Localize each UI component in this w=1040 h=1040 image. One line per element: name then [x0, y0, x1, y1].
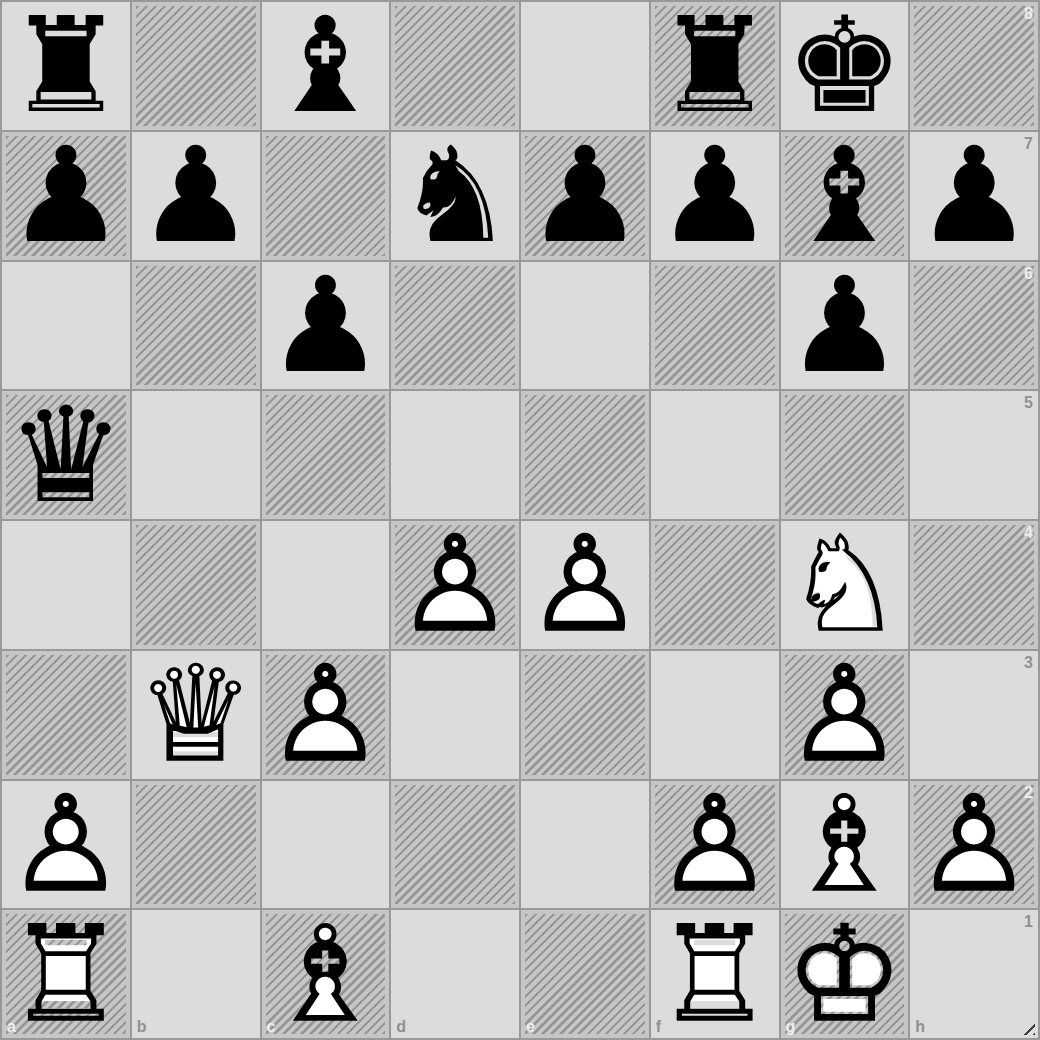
square-e1[interactable]: e [521, 910, 649, 1038]
rank-label-6: 6 [1024, 266, 1033, 282]
black-queen-piece[interactable]: ♛ [7, 391, 125, 519]
file-label-d: d [396, 1019, 406, 1035]
black-pawn-piece[interactable]: ♟ [915, 132, 1033, 260]
square-d1[interactable]: d [391, 910, 519, 1038]
white-pawn-piece[interactable]: ♟♙ [655, 781, 773, 909]
black-king-piece[interactable]: ♚ [785, 2, 903, 130]
white-rook-piece[interactable]: ♜♖ [655, 910, 773, 1038]
square-d2[interactable] [391, 781, 519, 909]
square-d8[interactable] [391, 2, 519, 130]
black-pawn-piece[interactable]: ♟ [136, 132, 254, 260]
file-label-e: e [526, 1019, 535, 1035]
square-e5[interactable] [521, 391, 649, 519]
square-f3[interactable] [651, 651, 779, 779]
square-e3[interactable] [521, 651, 649, 779]
square-c6[interactable]: ♟ [262, 262, 390, 390]
square-a6[interactable] [2, 262, 130, 390]
file-label-b: b [137, 1019, 147, 1035]
square-f6[interactable] [651, 262, 779, 390]
square-e7[interactable]: ♟ [521, 132, 649, 260]
square-h5[interactable]: 5 [910, 391, 1038, 519]
square-g4[interactable]: ♞♘ [781, 521, 909, 649]
square-d4[interactable]: ♟♙ [391, 521, 519, 649]
black-pawn-piece[interactable]: ♟ [526, 132, 644, 260]
square-d6[interactable] [391, 262, 519, 390]
square-b4[interactable] [132, 521, 260, 649]
square-b7[interactable]: ♟ [132, 132, 260, 260]
file-label-a: a [7, 1019, 16, 1035]
black-rook-piece[interactable]: ♜ [7, 2, 125, 130]
square-e4[interactable]: ♟♙ [521, 521, 649, 649]
square-c2[interactable] [262, 781, 390, 909]
white-knight-piece[interactable]: ♞♘ [785, 521, 903, 649]
square-f4[interactable] [651, 521, 779, 649]
square-a2[interactable]: ♟♙ [2, 781, 130, 909]
white-pawn-piece[interactable]: ♟♙ [526, 521, 644, 649]
square-f7[interactable]: ♟ [651, 132, 779, 260]
file-label-f: f [656, 1019, 661, 1035]
square-a5[interactable]: ♛ [2, 391, 130, 519]
square-f1[interactable]: ♜♖f [651, 910, 779, 1038]
black-bishop-piece[interactable]: ♝ [266, 2, 384, 130]
square-e6[interactable] [521, 262, 649, 390]
square-c1[interactable]: ♝♗c [262, 910, 390, 1038]
square-g3[interactable]: ♟♙ [781, 651, 909, 779]
rank-label-2: 2 [1024, 785, 1033, 801]
black-rook-piece[interactable]: ♜ [655, 2, 773, 130]
white-pawn-piece[interactable]: ♟♙ [7, 781, 125, 909]
white-pawn-piece[interactable]: ♟♙ [915, 781, 1033, 909]
file-label-c: c [267, 1019, 276, 1035]
rank-label-8: 8 [1024, 6, 1033, 22]
square-h8[interactable]: 8 [910, 2, 1038, 130]
square-d3[interactable] [391, 651, 519, 779]
white-bishop-piece[interactable]: ♝♗ [785, 781, 903, 909]
file-label-g: g [786, 1019, 796, 1035]
square-a8[interactable]: ♜ [2, 2, 130, 130]
white-king-piece[interactable]: ♚♔ [785, 910, 903, 1038]
square-c4[interactable] [262, 521, 390, 649]
square-c5[interactable] [262, 391, 390, 519]
black-knight-piece[interactable]: ♞ [396, 132, 514, 260]
square-a7[interactable]: ♟ [2, 132, 130, 260]
chess-board: ♜♝♜♚8♟♟♞♟♟♝♟7♟♟6♛5♟♙♟♙♞♘4♛♕♟♙♟♙3♟♙♟♙♝♗♟♙… [0, 0, 1040, 1040]
square-c8[interactable]: ♝ [262, 2, 390, 130]
square-d7[interactable]: ♞ [391, 132, 519, 260]
white-queen-piece[interactable]: ♛♕ [136, 651, 254, 779]
resize-handle-icon[interactable] [1021, 1021, 1035, 1035]
square-c7[interactable] [262, 132, 390, 260]
black-pawn-piece[interactable]: ♟ [7, 132, 125, 260]
white-rook-piece[interactable]: ♜♖ [7, 910, 125, 1038]
black-bishop-piece[interactable]: ♝ [785, 132, 903, 260]
square-b2[interactable] [132, 781, 260, 909]
rank-label-7: 7 [1024, 136, 1033, 152]
rank-label-4: 4 [1024, 525, 1033, 541]
square-h7[interactable]: ♟7 [910, 132, 1038, 260]
square-g7[interactable]: ♝ [781, 132, 909, 260]
square-g8[interactable]: ♚ [781, 2, 909, 130]
square-b5[interactable] [132, 391, 260, 519]
square-h6[interactable]: 6 [910, 262, 1038, 390]
square-e2[interactable] [521, 781, 649, 909]
square-h1[interactable]: 1h [910, 910, 1038, 1038]
black-pawn-piece[interactable]: ♟ [266, 262, 384, 390]
square-g2[interactable]: ♝♗ [781, 781, 909, 909]
white-pawn-piece[interactable]: ♟♙ [396, 521, 514, 649]
square-h2[interactable]: ♟♙2 [910, 781, 1038, 909]
white-pawn-piece[interactable]: ♟♙ [266, 651, 384, 779]
file-label-h: h [915, 1019, 925, 1035]
square-h4[interactable]: 4 [910, 521, 1038, 649]
rank-label-1: 1 [1024, 914, 1033, 930]
white-bishop-piece[interactable]: ♝♗ [266, 910, 384, 1038]
black-pawn-piece[interactable]: ♟ [785, 262, 903, 390]
square-a3[interactable] [2, 651, 130, 779]
square-a1[interactable]: ♜♖a [2, 910, 130, 1038]
square-b3[interactable]: ♛♕ [132, 651, 260, 779]
black-pawn-piece[interactable]: ♟ [655, 132, 773, 260]
square-b6[interactable] [132, 262, 260, 390]
square-c3[interactable]: ♟♙ [262, 651, 390, 779]
square-d5[interactable] [391, 391, 519, 519]
square-f8[interactable]: ♜ [651, 2, 779, 130]
square-g6[interactable]: ♟ [781, 262, 909, 390]
square-g1[interactable]: ♚♔g [781, 910, 909, 1038]
rank-label-3: 3 [1024, 655, 1033, 671]
square-g5[interactable] [781, 391, 909, 519]
square-e8[interactable] [521, 2, 649, 130]
square-h3[interactable]: 3 [910, 651, 1038, 779]
square-b8[interactable] [132, 2, 260, 130]
square-b1[interactable]: b [132, 910, 260, 1038]
rank-label-5: 5 [1024, 395, 1033, 411]
square-f2[interactable]: ♟♙ [651, 781, 779, 909]
square-f5[interactable] [651, 391, 779, 519]
white-pawn-piece[interactable]: ♟♙ [785, 651, 903, 779]
square-a4[interactable] [2, 521, 130, 649]
